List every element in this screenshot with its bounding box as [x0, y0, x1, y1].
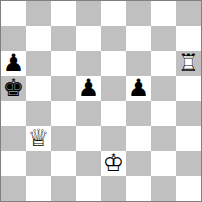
square-a8[interactable]	[1, 1, 26, 26]
square-b7[interactable]	[26, 26, 51, 51]
square-a7[interactable]	[1, 26, 26, 51]
square-f7[interactable]	[126, 26, 151, 51]
square-g2[interactable]	[151, 151, 176, 176]
square-h4[interactable]	[176, 101, 201, 126]
square-h7[interactable]	[176, 26, 201, 51]
square-b3[interactable]: ♛♕	[26, 126, 51, 151]
square-a3[interactable]	[1, 126, 26, 151]
square-c4[interactable]	[51, 101, 76, 126]
square-a2[interactable]	[1, 151, 26, 176]
square-a1[interactable]	[1, 176, 26, 201]
square-d5[interactable]: ♟	[76, 76, 101, 101]
square-b6[interactable]	[26, 51, 51, 76]
square-g1[interactable]	[151, 176, 176, 201]
piece-black-king: ♚	[1, 76, 26, 101]
square-a5[interactable]: ♚	[1, 76, 26, 101]
square-d1[interactable]	[76, 176, 101, 201]
square-c6[interactable]	[51, 51, 76, 76]
square-h6[interactable]: ♜♖	[176, 51, 201, 76]
square-e4[interactable]	[101, 101, 126, 126]
square-d2[interactable]	[76, 151, 101, 176]
square-b1[interactable]	[26, 176, 51, 201]
square-a4[interactable]	[1, 101, 26, 126]
square-c7[interactable]	[51, 26, 76, 51]
square-b2[interactable]	[26, 151, 51, 176]
square-c8[interactable]	[51, 1, 76, 26]
square-e2[interactable]: ♚♔	[101, 151, 126, 176]
square-f1[interactable]	[126, 176, 151, 201]
square-f3[interactable]	[126, 126, 151, 151]
piece-white-queen: ♛♕	[26, 126, 51, 151]
square-h2[interactable]	[176, 151, 201, 176]
square-c2[interactable]	[51, 151, 76, 176]
square-h3[interactable]	[176, 126, 201, 151]
square-b4[interactable]	[26, 101, 51, 126]
square-e6[interactable]	[101, 51, 126, 76]
square-e3[interactable]	[101, 126, 126, 151]
square-e1[interactable]	[101, 176, 126, 201]
square-f5[interactable]: ♟	[126, 76, 151, 101]
square-e5[interactable]	[101, 76, 126, 101]
square-d3[interactable]	[76, 126, 101, 151]
square-h5[interactable]	[176, 76, 201, 101]
square-e7[interactable]	[101, 26, 126, 51]
piece-black-pawn: ♟	[126, 76, 151, 101]
square-f4[interactable]	[126, 101, 151, 126]
square-h1[interactable]	[176, 176, 201, 201]
square-g8[interactable]	[151, 1, 176, 26]
square-a6[interactable]: ♟	[1, 51, 26, 76]
square-c3[interactable]	[51, 126, 76, 151]
square-b8[interactable]	[26, 1, 51, 26]
square-g5[interactable]	[151, 76, 176, 101]
piece-black-pawn: ♟	[1, 51, 26, 76]
square-g4[interactable]	[151, 101, 176, 126]
square-d4[interactable]	[76, 101, 101, 126]
square-d8[interactable]	[76, 1, 101, 26]
square-g3[interactable]	[151, 126, 176, 151]
chess-board: ♟♜♖♚♟♟♛♕♚♔	[0, 0, 202, 202]
square-c5[interactable]	[51, 76, 76, 101]
square-d6[interactable]	[76, 51, 101, 76]
square-h8[interactable]	[176, 1, 201, 26]
square-b5[interactable]	[26, 76, 51, 101]
square-f2[interactable]	[126, 151, 151, 176]
square-f8[interactable]	[126, 1, 151, 26]
piece-white-king: ♚♔	[101, 151, 126, 176]
square-f6[interactable]	[126, 51, 151, 76]
square-e8[interactable]	[101, 1, 126, 26]
square-g6[interactable]	[151, 51, 176, 76]
square-g7[interactable]	[151, 26, 176, 51]
square-d7[interactable]	[76, 26, 101, 51]
piece-white-rook: ♜♖	[176, 51, 201, 76]
square-c1[interactable]	[51, 176, 76, 201]
piece-black-pawn: ♟	[76, 76, 101, 101]
